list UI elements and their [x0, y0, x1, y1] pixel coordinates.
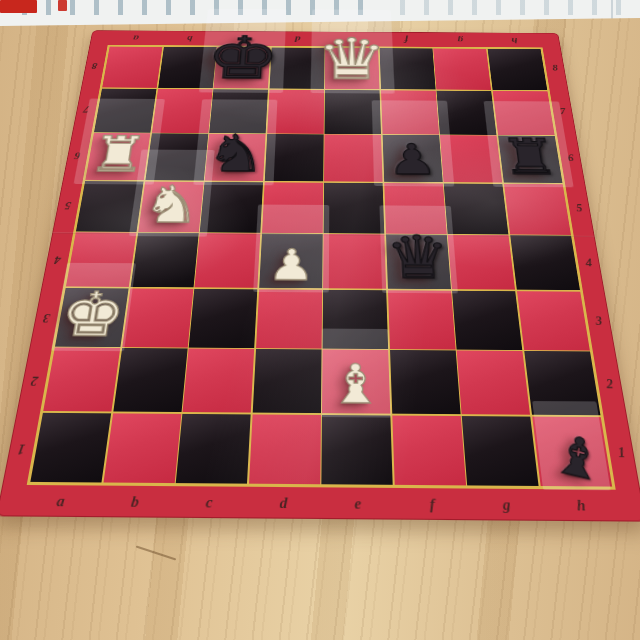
- black-pawn-icon: ♟: [386, 138, 438, 180]
- file-label-bottom-e: e: [321, 495, 396, 511]
- black-rook-icon: ♜: [497, 132, 562, 182]
- file-label-top-a: a: [108, 33, 163, 42]
- rank-label-left-1: 1: [8, 441, 35, 455]
- file-label-top-c: c: [217, 34, 272, 43]
- white-bishop-icon: ♝: [328, 357, 383, 412]
- white-rook-icon: ♜: [86, 129, 151, 178]
- file-label-top-g: g: [433, 35, 488, 44]
- rank-label-left-7: 7: [76, 104, 97, 113]
- white-king-icon: ♚: [55, 283, 129, 344]
- piece-white-pawn[interactable]: ♟: [259, 233, 323, 288]
- piece-white-knight[interactable]: ♞: [138, 181, 203, 232]
- black-bishop-icon: ♝: [548, 425, 607, 490]
- piece-highlight-patch: [129, 149, 215, 236]
- file-label-top-h: h: [487, 36, 542, 45]
- piece-white-bishop[interactable]: ♝: [322, 349, 390, 413]
- file-label-bottom-h: h: [543, 497, 620, 513]
- piece-highlight-patch: [193, 99, 277, 185]
- file-label-top-e: e: [325, 35, 379, 44]
- file-label-bottom-a: a: [22, 493, 99, 509]
- rank-label-left-2: 2: [22, 374, 47, 387]
- piece-highlight-patch: [532, 401, 610, 490]
- rank-label-right-5: 5: [568, 204, 590, 214]
- black-queen-icon: ♛: [384, 228, 452, 287]
- rank-label-right-1: 1: [608, 446, 634, 460]
- photo-scene: abcdefgh abcdefgh 87654321 87654321 ♚♛♜♞…: [0, 0, 640, 640]
- piece-white-king[interactable]: ♚: [55, 288, 129, 347]
- rank-label-left-3: 3: [34, 311, 58, 323]
- playing-area: ♚♛♜♞♟♜♞♟♛♚♝♝: [27, 45, 616, 490]
- piece-black-bishop[interactable]: ♝: [532, 416, 612, 486]
- white-pawn-icon: ♟: [267, 243, 315, 286]
- piece-black-pawn[interactable]: ♟: [382, 135, 442, 182]
- piece-white-rook[interactable]: ♜: [85, 133, 150, 180]
- file-label-bottom-d: d: [246, 495, 321, 511]
- piece-highlight-patch: [379, 205, 457, 293]
- rank-label-right-7: 7: [552, 107, 573, 116]
- piece-black-queen[interactable]: ♛: [386, 234, 451, 289]
- piece-black-king[interactable]: ♚: [213, 47, 270, 88]
- rank-label-left-4: 4: [46, 254, 69, 265]
- white-knight-icon: ♞: [139, 179, 203, 231]
- rank-label-right-8: 8: [545, 64, 565, 72]
- window-blinds: [22, 0, 382, 15]
- file-label-bottom-c: c: [171, 494, 246, 510]
- rank-label-right-6: 6: [560, 154, 581, 164]
- file-label-bottom-f: f: [395, 496, 470, 512]
- rank-label-left-5: 5: [57, 200, 79, 210]
- rank-label-right-2: 2: [597, 378, 622, 391]
- piece-highlight-patch: [321, 329, 391, 418]
- file-label-bottom-g: g: [469, 496, 545, 512]
- red-object-small: [58, 0, 67, 11]
- file-label-bottom-b: b: [97, 493, 173, 509]
- piece-black-knight[interactable]: ♞: [205, 134, 266, 181]
- rank-label-right-4: 4: [577, 257, 600, 268]
- chess-board: abcdefgh abcdefgh 87654321 87654321 ♚♛♜♞…: [0, 30, 640, 521]
- file-label-top-d: d: [271, 34, 325, 43]
- file-labels-bottom: abcdefgh: [21, 485, 621, 521]
- red-object: [0, 0, 37, 13]
- pieces-layer: ♚♛♜♞♟♜♞♟♛♚♝♝: [30, 47, 612, 487]
- black-knight-icon: ♞: [204, 128, 267, 179]
- piece-highlight-patch: [371, 100, 454, 186]
- piece-highlight-patch: [252, 205, 328, 293]
- piece-black-rook[interactable]: ♜: [498, 136, 562, 183]
- rank-label-right-3: 3: [587, 315, 611, 327]
- file-label-top-b: b: [162, 34, 217, 43]
- file-label-top-f: f: [379, 35, 434, 44]
- rank-label-left-6: 6: [67, 151, 88, 160]
- piece-white-queen[interactable]: ♛: [325, 48, 380, 89]
- rank-label-left-8: 8: [85, 61, 105, 69]
- window-blinds-right: [400, 0, 640, 15]
